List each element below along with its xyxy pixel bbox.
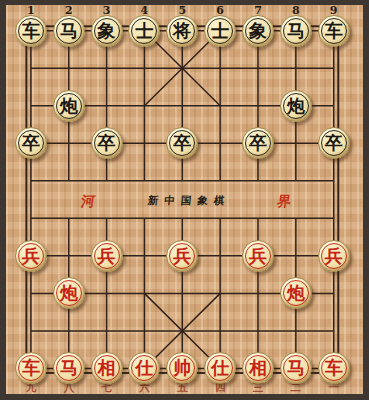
black-cannon[interactable]: 炮 xyxy=(280,90,312,122)
piece-character: 士 xyxy=(211,21,229,39)
piece-character: 车 xyxy=(22,359,40,377)
piece-character: 车 xyxy=(325,359,343,377)
black-soldier[interactable]: 卒 xyxy=(242,127,274,159)
black-soldier[interactable]: 卒 xyxy=(166,127,198,159)
red-soldier[interactable]: 兵 xyxy=(166,240,198,272)
piece-character: 卒 xyxy=(22,134,40,152)
piece-character: 相 xyxy=(98,359,116,377)
piece-character: 兵 xyxy=(173,246,191,264)
piece-character: 帅 xyxy=(173,359,191,377)
black-general[interactable]: 将 xyxy=(166,15,198,47)
piece-character: 将 xyxy=(173,21,191,39)
red-cannon[interactable]: 炮 xyxy=(280,277,312,309)
piece-character: 马 xyxy=(287,21,305,39)
piece-character: 士 xyxy=(135,21,153,39)
black-soldier[interactable]: 卒 xyxy=(15,127,47,159)
piece-character: 相 xyxy=(249,359,267,377)
black-chariot[interactable]: 车 xyxy=(318,15,350,47)
piece-character: 兵 xyxy=(249,246,267,264)
piece-character: 卒 xyxy=(173,134,191,152)
piece-character: 卒 xyxy=(249,134,267,152)
piece-character: 马 xyxy=(60,21,78,39)
red-soldier[interactable]: 兵 xyxy=(91,240,123,272)
red-horse[interactable]: 马 xyxy=(53,352,85,384)
piece-character: 兵 xyxy=(98,246,116,264)
red-advisor[interactable]: 仕 xyxy=(204,352,236,384)
piece-character: 炮 xyxy=(287,284,305,302)
black-soldier[interactable]: 卒 xyxy=(318,127,350,159)
red-advisor[interactable]: 仕 xyxy=(128,352,160,384)
red-soldier[interactable]: 兵 xyxy=(318,240,350,272)
piece-character: 仕 xyxy=(211,359,229,377)
black-advisor[interactable]: 士 xyxy=(204,15,236,47)
black-elephant[interactable]: 象 xyxy=(91,15,123,47)
piece-character: 象 xyxy=(249,21,267,39)
red-soldier[interactable]: 兵 xyxy=(242,240,274,272)
red-chariot[interactable]: 车 xyxy=(318,352,350,384)
piece-character: 炮 xyxy=(60,284,78,302)
xiangqi-board-window: 河 新中国象棋 界 123456789 九八七六五四三二一 车马象士将士象马车炮… xyxy=(0,0,369,400)
black-elephant[interactable]: 象 xyxy=(242,15,274,47)
piece-character: 炮 xyxy=(287,96,305,114)
black-advisor[interactable]: 士 xyxy=(128,15,160,47)
red-general[interactable]: 帅 xyxy=(166,352,198,384)
black-soldier[interactable]: 卒 xyxy=(91,127,123,159)
piece-character: 车 xyxy=(325,21,343,39)
red-horse[interactable]: 马 xyxy=(280,352,312,384)
black-chariot[interactable]: 车 xyxy=(15,15,47,47)
board-grid[interactable]: 车马象士将士象马车炮炮卒卒卒卒卒兵兵兵兵兵炮炮车马相仕帅仕相马车 xyxy=(12,12,353,387)
black-cannon[interactable]: 炮 xyxy=(53,90,85,122)
red-cannon[interactable]: 炮 xyxy=(53,277,85,309)
piece-character: 马 xyxy=(287,359,305,377)
red-elephant[interactable]: 相 xyxy=(242,352,274,384)
piece-character: 炮 xyxy=(60,96,78,114)
red-elephant[interactable]: 相 xyxy=(91,352,123,384)
red-chariot[interactable]: 车 xyxy=(15,352,47,384)
piece-character: 马 xyxy=(60,359,78,377)
piece-character: 仕 xyxy=(135,359,153,377)
piece-character: 卒 xyxy=(325,134,343,152)
piece-character: 象 xyxy=(98,21,116,39)
black-horse[interactable]: 马 xyxy=(53,15,85,47)
piece-character: 兵 xyxy=(22,246,40,264)
piece-character: 车 xyxy=(22,21,40,39)
piece-character: 卒 xyxy=(98,134,116,152)
red-soldier[interactable]: 兵 xyxy=(15,240,47,272)
piece-character: 兵 xyxy=(325,246,343,264)
black-horse[interactable]: 马 xyxy=(280,15,312,47)
